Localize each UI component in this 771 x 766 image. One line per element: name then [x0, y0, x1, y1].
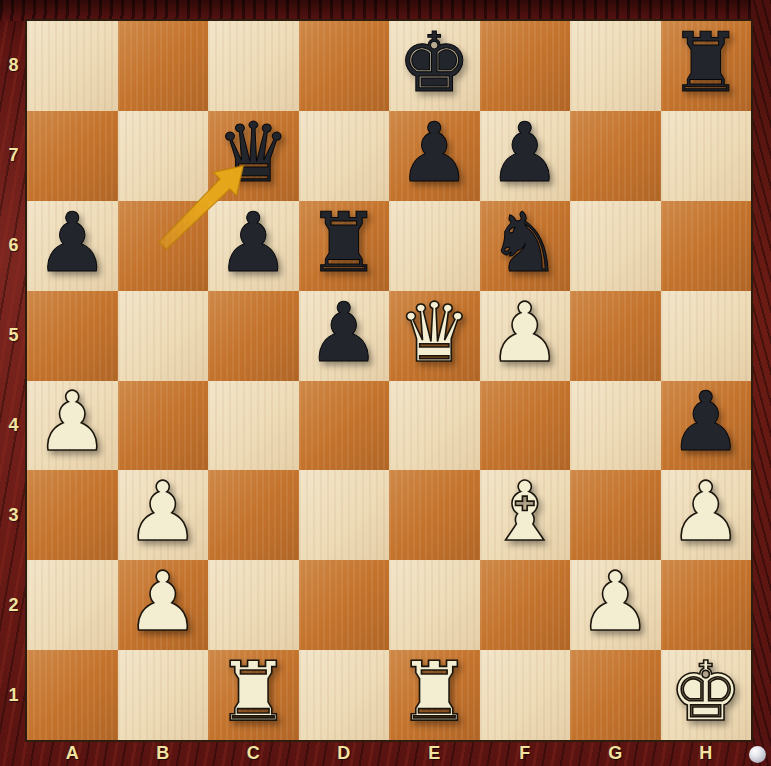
square-e3[interactable]: [389, 470, 480, 560]
square-c1[interactable]: ♜: [208, 650, 299, 740]
board-frame-right: [751, 0, 771, 766]
square-f6[interactable]: ♞: [480, 201, 571, 291]
piece-white-queen[interactable]: ♛: [397, 292, 471, 374]
square-d2[interactable]: [299, 560, 390, 650]
piece-white-rook[interactable]: ♜: [397, 651, 471, 733]
square-b3[interactable]: ♟: [118, 470, 209, 560]
square-a8[interactable]: [27, 21, 118, 111]
square-f1[interactable]: [480, 650, 571, 740]
piece-black-pawn[interactable]: ♟: [35, 202, 109, 284]
piece-black-pawn[interactable]: ♟: [488, 112, 562, 194]
piece-black-pawn[interactable]: ♟: [397, 112, 471, 194]
corner-sphere-icon: [749, 746, 766, 763]
square-b8[interactable]: [118, 21, 209, 111]
square-a7[interactable]: [27, 111, 118, 201]
piece-white-rook[interactable]: ♜: [216, 651, 290, 733]
file-label-f: F: [480, 740, 571, 766]
square-d8[interactable]: [299, 21, 390, 111]
square-g7[interactable]: [570, 111, 661, 201]
piece-black-pawn[interactable]: ♟: [216, 202, 290, 284]
file-label-c: C: [208, 740, 299, 766]
square-c3[interactable]: [208, 470, 299, 560]
piece-black-knight[interactable]: ♞: [488, 202, 562, 284]
square-a3[interactable]: [27, 470, 118, 560]
square-h3[interactable]: ♟: [661, 470, 752, 560]
square-d5[interactable]: ♟: [299, 291, 390, 381]
piece-white-pawn[interactable]: ♟: [669, 471, 743, 553]
rank-label-4: 4: [0, 381, 27, 471]
square-b4[interactable]: [118, 381, 209, 471]
square-e8[interactable]: ♚: [389, 21, 480, 111]
square-b1[interactable]: [118, 650, 209, 740]
piece-black-king[interactable]: ♚: [397, 22, 471, 104]
rank-label-8: 8: [0, 21, 27, 111]
square-d3[interactable]: [299, 470, 390, 560]
square-b7[interactable]: [118, 111, 209, 201]
square-c8[interactable]: [208, 21, 299, 111]
rank-label-5: 5: [0, 291, 27, 381]
piece-white-pawn[interactable]: ♟: [35, 381, 109, 463]
square-h4[interactable]: ♟: [661, 381, 752, 471]
rank-label-1: 1: [0, 650, 27, 740]
square-e1[interactable]: ♜: [389, 650, 480, 740]
square-f2[interactable]: [480, 560, 571, 650]
square-h2[interactable]: [661, 560, 752, 650]
file-label-b: B: [118, 740, 209, 766]
square-e5[interactable]: ♛: [389, 291, 480, 381]
square-a1[interactable]: [27, 650, 118, 740]
square-d4[interactable]: [299, 381, 390, 471]
chess-board: ♚♜♛♟♟♟♟♜♞♟♛♟♟♟♟♝♟♟♟♜♜♚: [27, 21, 751, 740]
square-f8[interactable]: [480, 21, 571, 111]
square-g2[interactable]: ♟: [570, 560, 661, 650]
square-f7[interactable]: ♟: [480, 111, 571, 201]
piece-black-rook[interactable]: ♜: [307, 202, 381, 284]
rank-label-2: 2: [0, 560, 27, 650]
piece-white-bishop[interactable]: ♝: [488, 471, 562, 553]
square-c6[interactable]: ♟: [208, 201, 299, 291]
square-f3[interactable]: ♝: [480, 470, 571, 560]
file-label-g: G: [570, 740, 661, 766]
square-c5[interactable]: [208, 291, 299, 381]
file-label-a: A: [27, 740, 118, 766]
rank-labels: 87654321: [0, 21, 27, 740]
square-a6[interactable]: ♟: [27, 201, 118, 291]
square-b5[interactable]: [118, 291, 209, 381]
square-a2[interactable]: [27, 560, 118, 650]
square-g6[interactable]: [570, 201, 661, 291]
piece-white-pawn[interactable]: ♟: [126, 471, 200, 553]
square-a4[interactable]: ♟: [27, 381, 118, 471]
square-e6[interactable]: [389, 201, 480, 291]
square-h5[interactable]: [661, 291, 752, 381]
square-d7[interactable]: [299, 111, 390, 201]
square-h6[interactable]: [661, 201, 752, 291]
piece-white-pawn[interactable]: ♟: [488, 292, 562, 374]
square-h8[interactable]: ♜: [661, 21, 752, 111]
piece-white-pawn[interactable]: ♟: [578, 561, 652, 643]
square-h1[interactable]: ♚: [661, 650, 752, 740]
square-a5[interactable]: [27, 291, 118, 381]
square-d6[interactable]: ♜: [299, 201, 390, 291]
square-g3[interactable]: [570, 470, 661, 560]
file-label-h: H: [661, 740, 752, 766]
square-f5[interactable]: ♟: [480, 291, 571, 381]
square-c4[interactable]: [208, 381, 299, 471]
piece-white-king[interactable]: ♚: [669, 651, 743, 733]
piece-black-pawn[interactable]: ♟: [669, 381, 743, 463]
square-g5[interactable]: [570, 291, 661, 381]
rank-label-7: 7: [0, 111, 27, 201]
square-g4[interactable]: [570, 381, 661, 471]
square-c2[interactable]: [208, 560, 299, 650]
square-b2[interactable]: ♟: [118, 560, 209, 650]
piece-black-queen[interactable]: ♛: [216, 112, 290, 194]
file-label-e: E: [389, 740, 480, 766]
board-frame-top: [0, 0, 771, 21]
square-c7[interactable]: ♛: [208, 111, 299, 201]
square-f4[interactable]: [480, 381, 571, 471]
square-g8[interactable]: [570, 21, 661, 111]
square-e7[interactable]: ♟: [389, 111, 480, 201]
file-labels: ABCDEFGH: [27, 740, 751, 766]
rank-label-3: 3: [0, 470, 27, 560]
square-d1[interactable]: [299, 650, 390, 740]
piece-white-pawn[interactable]: ♟: [126, 561, 200, 643]
file-label-d: D: [299, 740, 390, 766]
rank-label-6: 6: [0, 201, 27, 291]
square-e2[interactable]: [389, 560, 480, 650]
piece-black-pawn[interactable]: ♟: [307, 292, 381, 374]
piece-black-rook[interactable]: ♜: [669, 22, 743, 104]
square-e4[interactable]: [389, 381, 480, 471]
square-b6[interactable]: [118, 201, 209, 291]
square-h7[interactable]: [661, 111, 752, 201]
square-g1[interactable]: [570, 650, 661, 740]
